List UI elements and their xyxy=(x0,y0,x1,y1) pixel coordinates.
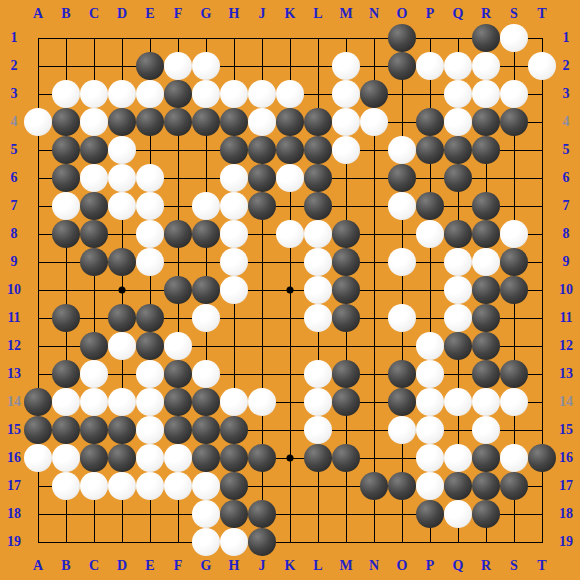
white-stone[interactable]: ○ xyxy=(416,52,444,80)
white-stone[interactable]: ○ xyxy=(500,80,528,108)
black-stone[interactable]: ● xyxy=(220,444,248,472)
white-stone[interactable]: ○ xyxy=(416,416,444,444)
white-stone[interactable]: ○ xyxy=(220,248,248,276)
white-stone[interactable]: ○ xyxy=(136,472,164,500)
white-stone[interactable]: ○ xyxy=(80,472,108,500)
row-label-right: 11 xyxy=(559,310,572,326)
black-stone[interactable]: ● xyxy=(80,248,108,276)
row-label-left: 7 xyxy=(11,198,18,214)
white-stone[interactable]: ○ xyxy=(248,108,276,136)
column-label-top: P xyxy=(426,6,435,22)
white-stone[interactable]: ○ xyxy=(136,248,164,276)
black-stone[interactable]: ● xyxy=(276,108,304,136)
black-stone[interactable]: ● xyxy=(136,304,164,332)
black-stone[interactable]: ● xyxy=(416,136,444,164)
white-stone[interactable]: ○ xyxy=(416,388,444,416)
black-stone[interactable]: ● xyxy=(332,388,360,416)
white-stone[interactable]: ○ xyxy=(444,276,472,304)
white-stone[interactable]: ○ xyxy=(220,528,248,556)
black-stone[interactable]: ● xyxy=(388,472,416,500)
row-label-left: 14 xyxy=(7,394,21,410)
row-label-left: 16 xyxy=(7,450,21,466)
row-label-left: 8 xyxy=(11,226,18,242)
white-stone[interactable]: ○ xyxy=(304,388,332,416)
white-stone[interactable]: ○ xyxy=(304,360,332,388)
white-stone[interactable]: ○ xyxy=(444,304,472,332)
black-stone[interactable]: ● xyxy=(500,360,528,388)
white-stone[interactable]: ○ xyxy=(444,500,472,528)
white-stone[interactable]: ○ xyxy=(472,52,500,80)
white-stone[interactable]: ○ xyxy=(360,108,388,136)
column-label-top: B xyxy=(61,6,70,22)
black-stone[interactable]: ● xyxy=(24,388,52,416)
black-stone[interactable]: ● xyxy=(304,444,332,472)
black-stone[interactable]: ● xyxy=(220,108,248,136)
white-stone[interactable]: ○ xyxy=(192,472,220,500)
row-label-left: 9 xyxy=(11,254,18,270)
row-label-left: 19 xyxy=(7,534,21,550)
black-stone[interactable]: ● xyxy=(528,444,556,472)
row-label-left: 13 xyxy=(7,366,21,382)
white-stone[interactable]: ○ xyxy=(332,136,360,164)
black-stone[interactable]: ● xyxy=(248,500,276,528)
black-stone[interactable]: ● xyxy=(220,500,248,528)
white-stone[interactable]: ○ xyxy=(332,80,360,108)
row-label-right: 15 xyxy=(559,422,573,438)
black-stone[interactable]: ● xyxy=(136,108,164,136)
white-stone[interactable]: ○ xyxy=(80,108,108,136)
black-stone[interactable]: ● xyxy=(472,304,500,332)
black-stone[interactable]: ● xyxy=(388,164,416,192)
white-stone[interactable]: ○ xyxy=(472,80,500,108)
black-stone[interactable]: ● xyxy=(220,472,248,500)
white-stone[interactable]: ○ xyxy=(192,528,220,556)
white-stone[interactable]: ○ xyxy=(332,52,360,80)
black-stone[interactable]: ● xyxy=(472,192,500,220)
black-stone[interactable]: ● xyxy=(108,108,136,136)
column-label-bottom: Q xyxy=(453,558,464,574)
white-stone[interactable]: ○ xyxy=(444,52,472,80)
row-label-left: 1 xyxy=(11,30,18,46)
black-stone[interactable]: ● xyxy=(472,472,500,500)
white-stone[interactable]: ○ xyxy=(52,388,80,416)
black-stone[interactable]: ● xyxy=(192,276,220,304)
white-stone[interactable]: ○ xyxy=(304,248,332,276)
row-label-right: 10 xyxy=(559,282,573,298)
grid-line-vertical xyxy=(402,38,403,543)
white-stone[interactable]: ○ xyxy=(220,192,248,220)
column-label-bottom: H xyxy=(229,558,240,574)
white-stone[interactable]: ○ xyxy=(80,164,108,192)
black-stone[interactable]: ● xyxy=(164,276,192,304)
row-label-right: 18 xyxy=(559,506,573,522)
black-stone[interactable]: ● xyxy=(444,164,472,192)
column-label-top: O xyxy=(397,6,408,22)
white-stone[interactable]: ○ xyxy=(528,52,556,80)
black-stone[interactable]: ● xyxy=(80,192,108,220)
column-label-bottom: M xyxy=(339,558,352,574)
black-stone[interactable]: ● xyxy=(52,136,80,164)
row-label-right: 9 xyxy=(563,254,570,270)
white-stone[interactable]: ○ xyxy=(304,220,332,248)
white-stone[interactable]: ○ xyxy=(304,304,332,332)
white-stone[interactable]: ○ xyxy=(192,304,220,332)
row-label-left: 6 xyxy=(11,170,18,186)
column-label-top: K xyxy=(285,6,296,22)
black-stone[interactable]: ● xyxy=(248,528,276,556)
black-stone[interactable]: ● xyxy=(192,108,220,136)
black-stone[interactable]: ● xyxy=(248,192,276,220)
white-stone[interactable]: ○ xyxy=(108,332,136,360)
white-stone[interactable]: ○ xyxy=(388,304,416,332)
row-label-right: 16 xyxy=(559,450,573,466)
grid-line-horizontal xyxy=(38,374,543,375)
column-label-bottom: P xyxy=(426,558,435,574)
column-label-top: S xyxy=(510,6,518,22)
column-label-bottom: B xyxy=(61,558,70,574)
white-stone[interactable]: ○ xyxy=(444,388,472,416)
white-stone[interactable]: ○ xyxy=(444,444,472,472)
white-stone[interactable]: ○ xyxy=(136,164,164,192)
column-label-top: F xyxy=(174,6,183,22)
column-label-bottom: E xyxy=(145,558,154,574)
row-label-left: 10 xyxy=(7,282,21,298)
black-stone[interactable]: ● xyxy=(136,332,164,360)
white-stone[interactable]: ○ xyxy=(52,472,80,500)
white-stone[interactable]: ○ xyxy=(164,332,192,360)
column-label-top: Q xyxy=(453,6,464,22)
black-stone[interactable]: ● xyxy=(500,276,528,304)
black-stone[interactable]: ● xyxy=(164,108,192,136)
black-stone[interactable]: ● xyxy=(52,164,80,192)
black-stone[interactable]: ● xyxy=(332,276,360,304)
black-stone[interactable]: ● xyxy=(80,444,108,472)
black-stone[interactable]: ● xyxy=(52,360,80,388)
white-stone[interactable]: ○ xyxy=(248,80,276,108)
white-stone[interactable]: ○ xyxy=(220,164,248,192)
column-label-bottom: T xyxy=(537,558,546,574)
row-label-right: 8 xyxy=(563,226,570,242)
column-label-bottom: J xyxy=(259,558,266,574)
black-stone[interactable]: ● xyxy=(164,416,192,444)
white-stone[interactable]: ○ xyxy=(276,220,304,248)
column-label-top: D xyxy=(117,6,127,22)
black-stone[interactable]: ● xyxy=(416,500,444,528)
black-stone[interactable]: ● xyxy=(52,108,80,136)
black-stone[interactable]: ● xyxy=(500,472,528,500)
white-stone[interactable]: ○ xyxy=(136,416,164,444)
black-stone[interactable]: ● xyxy=(472,500,500,528)
white-stone[interactable]: ○ xyxy=(164,472,192,500)
white-stone[interactable]: ○ xyxy=(220,388,248,416)
black-stone[interactable]: ● xyxy=(444,136,472,164)
row-label-left: 11 xyxy=(7,310,20,326)
white-stone[interactable]: ○ xyxy=(388,136,416,164)
white-stone[interactable]: ○ xyxy=(220,220,248,248)
row-label-right: 1 xyxy=(563,30,570,46)
white-stone[interactable]: ○ xyxy=(472,388,500,416)
column-label-top: J xyxy=(259,6,266,22)
black-stone[interactable]: ● xyxy=(192,388,220,416)
white-stone[interactable]: ○ xyxy=(332,108,360,136)
black-stone[interactable]: ● xyxy=(304,164,332,192)
column-label-top: M xyxy=(339,6,352,22)
column-label-bottom: F xyxy=(174,558,183,574)
black-stone[interactable]: ● xyxy=(52,220,80,248)
white-stone[interactable]: ○ xyxy=(192,192,220,220)
white-stone[interactable]: ○ xyxy=(108,192,136,220)
white-stone[interactable]: ○ xyxy=(24,108,52,136)
column-label-top: H xyxy=(229,6,240,22)
black-stone[interactable]: ● xyxy=(80,416,108,444)
black-stone[interactable]: ● xyxy=(332,304,360,332)
column-label-bottom: L xyxy=(313,558,322,574)
white-stone[interactable]: ○ xyxy=(500,220,528,248)
column-label-bottom: S xyxy=(510,558,518,574)
column-label-bottom: K xyxy=(285,558,296,574)
white-stone[interactable]: ○ xyxy=(304,276,332,304)
column-label-bottom: C xyxy=(89,558,99,574)
black-stone[interactable]: ● xyxy=(108,444,136,472)
white-stone[interactable]: ○ xyxy=(192,360,220,388)
black-stone[interactable]: ● xyxy=(472,276,500,304)
white-stone[interactable]: ○ xyxy=(108,80,136,108)
white-stone[interactable]: ○ xyxy=(416,360,444,388)
black-stone[interactable]: ● xyxy=(472,24,500,52)
black-stone[interactable]: ● xyxy=(80,220,108,248)
row-label-left: 2 xyxy=(11,58,18,74)
black-stone[interactable]: ● xyxy=(24,416,52,444)
row-label-left: 4 xyxy=(11,114,18,130)
black-stone[interactable]: ● xyxy=(108,304,136,332)
white-stone[interactable]: ○ xyxy=(80,360,108,388)
black-stone[interactable]: ● xyxy=(220,416,248,444)
black-stone[interactable]: ● xyxy=(472,108,500,136)
black-stone[interactable]: ● xyxy=(332,248,360,276)
black-stone[interactable]: ● xyxy=(332,444,360,472)
black-stone[interactable]: ● xyxy=(472,444,500,472)
white-stone[interactable]: ○ xyxy=(444,108,472,136)
row-label-left: 3 xyxy=(11,86,18,102)
grid-line-horizontal xyxy=(38,542,543,543)
white-stone[interactable]: ○ xyxy=(164,52,192,80)
black-stone[interactable]: ● xyxy=(220,136,248,164)
white-stone[interactable]: ○ xyxy=(164,444,192,472)
black-stone[interactable]: ● xyxy=(80,136,108,164)
black-stone[interactable]: ● xyxy=(472,360,500,388)
column-label-bottom: G xyxy=(201,558,212,574)
black-stone[interactable]: ● xyxy=(472,136,500,164)
black-stone[interactable]: ● xyxy=(416,192,444,220)
black-stone[interactable]: ● xyxy=(388,360,416,388)
column-label-bottom: N xyxy=(369,558,379,574)
white-stone[interactable]: ○ xyxy=(136,220,164,248)
white-stone[interactable]: ○ xyxy=(388,192,416,220)
black-stone[interactable]: ● xyxy=(164,80,192,108)
white-stone[interactable]: ○ xyxy=(500,444,528,472)
black-stone[interactable]: ● xyxy=(360,472,388,500)
row-label-right: 13 xyxy=(559,366,573,382)
hoshi-point xyxy=(119,287,126,294)
black-stone[interactable]: ● xyxy=(304,192,332,220)
row-label-right: 14 xyxy=(559,394,573,410)
column-label-top: E xyxy=(145,6,154,22)
white-stone[interactable]: ○ xyxy=(416,444,444,472)
white-stone[interactable]: ○ xyxy=(388,416,416,444)
white-stone[interactable]: ○ xyxy=(52,444,80,472)
black-stone[interactable]: ● xyxy=(472,220,500,248)
row-label-left: 5 xyxy=(11,142,18,158)
black-stone[interactable]: ● xyxy=(136,52,164,80)
column-label-top: N xyxy=(369,6,379,22)
column-label-top: A xyxy=(33,6,43,22)
black-stone[interactable]: ● xyxy=(248,136,276,164)
white-stone[interactable]: ○ xyxy=(472,248,500,276)
black-stone[interactable]: ● xyxy=(192,220,220,248)
white-stone[interactable]: ○ xyxy=(192,52,220,80)
white-stone[interactable]: ○ xyxy=(136,192,164,220)
white-stone[interactable]: ○ xyxy=(192,80,220,108)
black-stone[interactable]: ● xyxy=(164,360,192,388)
column-label-bottom: A xyxy=(33,558,43,574)
column-label-top: L xyxy=(313,6,322,22)
hoshi-point xyxy=(287,455,294,462)
black-stone[interactable]: ● xyxy=(52,416,80,444)
white-stone[interactable]: ○ xyxy=(108,472,136,500)
white-stone[interactable]: ○ xyxy=(248,388,276,416)
column-label-bottom: R xyxy=(481,558,491,574)
hoshi-point xyxy=(287,287,294,294)
white-stone[interactable]: ○ xyxy=(136,80,164,108)
white-stone[interactable]: ○ xyxy=(136,388,164,416)
column-label-top: G xyxy=(201,6,212,22)
white-stone[interactable]: ○ xyxy=(108,136,136,164)
white-stone[interactable]: ○ xyxy=(136,444,164,472)
black-stone[interactable]: ● xyxy=(388,52,416,80)
white-stone[interactable]: ○ xyxy=(500,388,528,416)
black-stone[interactable]: ● xyxy=(500,108,528,136)
white-stone[interactable]: ○ xyxy=(220,276,248,304)
row-label-right: 6 xyxy=(563,170,570,186)
black-stone[interactable]: ● xyxy=(276,136,304,164)
black-stone[interactable]: ● xyxy=(444,332,472,360)
black-stone[interactable]: ● xyxy=(500,248,528,276)
black-stone[interactable]: ● xyxy=(248,444,276,472)
black-stone[interactable]: ● xyxy=(248,164,276,192)
row-label-left: 17 xyxy=(7,478,21,494)
white-stone[interactable]: ○ xyxy=(304,416,332,444)
white-stone[interactable]: ○ xyxy=(136,360,164,388)
white-stone[interactable]: ○ xyxy=(444,248,472,276)
white-stone[interactable]: ○ xyxy=(108,164,136,192)
black-stone[interactable]: ● xyxy=(304,136,332,164)
black-stone[interactable]: ● xyxy=(164,388,192,416)
column-label-bottom: O xyxy=(397,558,408,574)
white-stone[interactable]: ○ xyxy=(80,80,108,108)
white-stone[interactable]: ○ xyxy=(472,416,500,444)
white-stone[interactable]: ○ xyxy=(220,80,248,108)
row-label-right: 19 xyxy=(559,534,573,550)
column-label-bottom: D xyxy=(117,558,127,574)
white-stone[interactable]: ○ xyxy=(444,80,472,108)
black-stone[interactable]: ● xyxy=(52,304,80,332)
black-stone[interactable]: ● xyxy=(164,220,192,248)
white-stone[interactable]: ○ xyxy=(276,80,304,108)
black-stone[interactable]: ● xyxy=(192,416,220,444)
column-label-top: C xyxy=(89,6,99,22)
black-stone[interactable]: ● xyxy=(80,332,108,360)
white-stone[interactable]: ○ xyxy=(52,192,80,220)
black-stone[interactable]: ● xyxy=(304,108,332,136)
row-label-right: 4 xyxy=(563,114,570,130)
black-stone[interactable]: ● xyxy=(192,444,220,472)
white-stone[interactable]: ○ xyxy=(276,164,304,192)
black-stone[interactable]: ● xyxy=(108,248,136,276)
white-stone[interactable]: ○ xyxy=(500,24,528,52)
column-label-top: T xyxy=(537,6,546,22)
black-stone[interactable]: ● xyxy=(108,416,136,444)
white-stone[interactable]: ○ xyxy=(388,248,416,276)
black-stone[interactable]: ● xyxy=(416,108,444,136)
goban[interactable]: AABBCCDDEEFFGGHHJJKKLLMMNNOOPPQQRRSSTT11… xyxy=(0,0,580,580)
row-label-right: 17 xyxy=(559,478,573,494)
white-stone[interactable]: ○ xyxy=(52,80,80,108)
white-stone[interactable]: ○ xyxy=(416,472,444,500)
black-stone[interactable]: ● xyxy=(388,388,416,416)
white-stone[interactable]: ○ xyxy=(416,220,444,248)
column-label-top: R xyxy=(481,6,491,22)
black-stone[interactable]: ● xyxy=(360,80,388,108)
row-label-left: 12 xyxy=(7,338,21,354)
white-stone[interactable]: ○ xyxy=(192,500,220,528)
row-label-right: 5 xyxy=(563,142,570,158)
black-stone[interactable]: ● xyxy=(444,220,472,248)
white-stone[interactable]: ○ xyxy=(80,388,108,416)
white-stone[interactable]: ○ xyxy=(108,388,136,416)
black-stone[interactable]: ● xyxy=(472,332,500,360)
row-label-left: 18 xyxy=(7,506,21,522)
black-stone[interactable]: ● xyxy=(444,472,472,500)
black-stone[interactable]: ● xyxy=(332,360,360,388)
white-stone[interactable]: ○ xyxy=(24,444,52,472)
row-label-right: 7 xyxy=(563,198,570,214)
row-label-right: 3 xyxy=(563,86,570,102)
white-stone[interactable]: ○ xyxy=(416,332,444,360)
row-label-right: 12 xyxy=(559,338,573,354)
row-label-right: 2 xyxy=(563,58,570,74)
row-label-left: 15 xyxy=(7,422,21,438)
black-stone[interactable]: ● xyxy=(332,220,360,248)
black-stone[interactable]: ● xyxy=(388,24,416,52)
